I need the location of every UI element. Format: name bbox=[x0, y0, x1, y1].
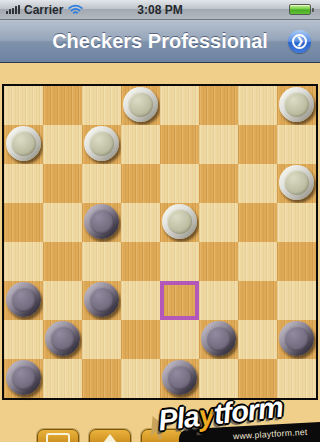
square-r2-c0[interactable] bbox=[4, 164, 43, 203]
white-piece[interactable] bbox=[6, 126, 41, 161]
square-r1-c4[interactable] bbox=[160, 125, 199, 164]
square-r2-c6[interactable] bbox=[238, 164, 277, 203]
square-r4-c2[interactable] bbox=[82, 242, 121, 281]
black-piece[interactable] bbox=[45, 321, 80, 356]
square-r2-c5[interactable] bbox=[199, 164, 238, 203]
toolbar-button-up[interactable] bbox=[89, 429, 131, 442]
detail-disclosure-button[interactable]: ❯ bbox=[288, 30, 311, 53]
square-r7-c1[interactable] bbox=[43, 359, 82, 398]
square-r1-c0[interactable] bbox=[4, 125, 43, 164]
square-r0-c7[interactable] bbox=[277, 86, 316, 125]
white-piece[interactable] bbox=[84, 126, 119, 161]
square-r1-c6[interactable] bbox=[238, 125, 277, 164]
black-piece[interactable] bbox=[6, 360, 41, 395]
black-piece[interactable] bbox=[279, 321, 314, 356]
square-r5-c1[interactable] bbox=[43, 281, 82, 320]
square-r0-c2[interactable] bbox=[82, 86, 121, 125]
square-r3-c3[interactable] bbox=[121, 203, 160, 242]
square-r0-c0[interactable] bbox=[4, 86, 43, 125]
square-r2-c2[interactable] bbox=[82, 164, 121, 203]
square-r4-c3[interactable] bbox=[121, 242, 160, 281]
square-r0-c1[interactable] bbox=[43, 86, 82, 125]
wifi-icon bbox=[68, 4, 83, 15]
square-r1-c5[interactable] bbox=[199, 125, 238, 164]
square-r0-c6[interactable] bbox=[238, 86, 277, 125]
white-piece[interactable] bbox=[279, 87, 314, 122]
square-r7-c4[interactable] bbox=[160, 359, 199, 398]
status-bar: Carrier 3:08 PM bbox=[0, 0, 320, 20]
battery-icon bbox=[289, 4, 314, 15]
square-r4-c6[interactable] bbox=[238, 242, 277, 281]
square-r5-c2[interactable] bbox=[82, 281, 121, 320]
square-r0-c4[interactable] bbox=[160, 86, 199, 125]
square-r4-c4[interactable] bbox=[160, 242, 199, 281]
square-r4-c1[interactable] bbox=[43, 242, 82, 281]
square-r6-c7[interactable] bbox=[277, 320, 316, 359]
black-piece[interactable] bbox=[84, 204, 119, 239]
square-r3-c4[interactable] bbox=[160, 203, 199, 242]
square-r3-c0[interactable] bbox=[4, 203, 43, 242]
square-r6-c6[interactable] bbox=[238, 320, 277, 359]
square-r3-c2[interactable] bbox=[82, 203, 121, 242]
square-r2-c3[interactable] bbox=[121, 164, 160, 203]
square-r1-c3[interactable] bbox=[121, 125, 160, 164]
square-r3-c6[interactable] bbox=[238, 203, 277, 242]
white-piece[interactable] bbox=[279, 165, 314, 200]
square-r6-c1[interactable] bbox=[43, 320, 82, 359]
square-r1-c1[interactable] bbox=[43, 125, 82, 164]
detail-ring: ❯ bbox=[292, 34, 307, 49]
white-piece[interactable] bbox=[123, 87, 158, 122]
square-r6-c0[interactable] bbox=[4, 320, 43, 359]
square-r7-c3[interactable] bbox=[121, 359, 160, 398]
toolbar-button-board[interactable] bbox=[37, 429, 79, 442]
square-r0-c5[interactable] bbox=[199, 86, 238, 125]
board-rectangle-icon bbox=[46, 433, 70, 442]
square-r5-c5[interactable] bbox=[199, 281, 238, 320]
square-r7-c5[interactable] bbox=[199, 359, 238, 398]
black-piece[interactable] bbox=[84, 282, 119, 317]
square-r3-c7[interactable] bbox=[277, 203, 316, 242]
square-r4-c7[interactable] bbox=[277, 242, 316, 281]
white-piece[interactable] bbox=[162, 204, 197, 239]
square-r3-c1[interactable] bbox=[43, 203, 82, 242]
black-piece[interactable] bbox=[162, 360, 197, 395]
square-r4-c0[interactable] bbox=[4, 242, 43, 281]
square-r5-c3[interactable] bbox=[121, 281, 160, 320]
square-r1-c2[interactable] bbox=[82, 125, 121, 164]
page-title: Checkers Professional bbox=[52, 30, 268, 53]
nav-bar: Checkers Professional ❯ bbox=[0, 20, 320, 63]
square-r6-c5[interactable] bbox=[199, 320, 238, 359]
square-r6-c4[interactable] bbox=[160, 320, 199, 359]
square-r3-c5[interactable] bbox=[199, 203, 238, 242]
square-r0-c3[interactable] bbox=[121, 86, 160, 125]
square-r7-c2[interactable] bbox=[82, 359, 121, 398]
square-r5-c7[interactable] bbox=[277, 281, 316, 320]
square-r2-c4[interactable] bbox=[160, 164, 199, 203]
chevron-right-icon: ❯ bbox=[296, 37, 304, 46]
square-r6-c3[interactable] bbox=[121, 320, 160, 359]
black-piece[interactable] bbox=[6, 282, 41, 317]
square-r5-c0[interactable] bbox=[4, 281, 43, 320]
square-r7-c0[interactable] bbox=[4, 359, 43, 398]
square-r1-c7[interactable] bbox=[277, 125, 316, 164]
carrier-label: Carrier bbox=[24, 3, 63, 17]
square-r2-c1[interactable] bbox=[43, 164, 82, 203]
square-r6-c2[interactable] bbox=[82, 320, 121, 359]
square-r4-c5[interactable] bbox=[199, 242, 238, 281]
checkers-board bbox=[2, 84, 318, 400]
square-r5-c6[interactable] bbox=[238, 281, 277, 320]
square-r2-c7[interactable] bbox=[277, 164, 316, 203]
signal-bars-icon bbox=[6, 5, 20, 14]
arrow-up-icon bbox=[103, 434, 117, 442]
square-r5-c4[interactable] bbox=[160, 281, 199, 320]
app-screen: Carrier 3:08 PM Checkers Professional ❯ bbox=[0, 0, 320, 442]
black-piece[interactable] bbox=[201, 321, 236, 356]
